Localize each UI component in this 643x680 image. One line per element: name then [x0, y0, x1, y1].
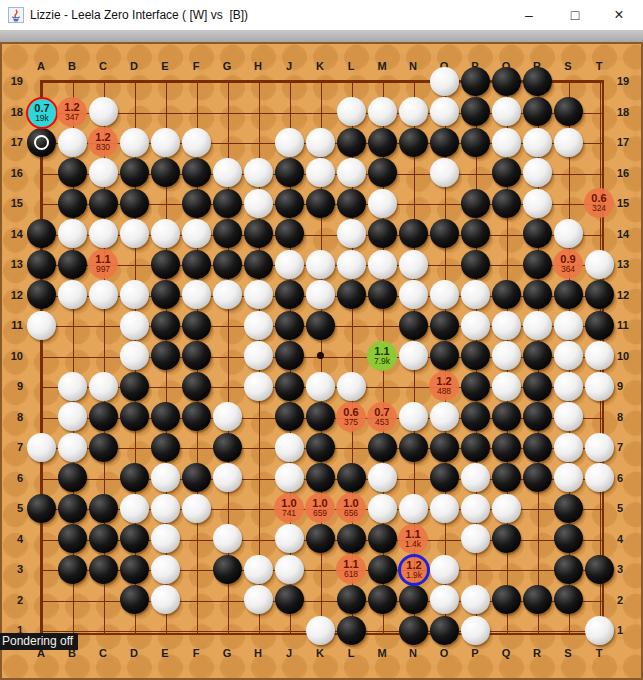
stone-O2[interactable]: [430, 585, 459, 614]
stone-B14[interactable]: [58, 219, 87, 248]
coord-right-17: 17: [617, 136, 637, 148]
stone-F9[interactable]: [182, 372, 211, 401]
stone-F12[interactable]: [182, 280, 211, 309]
stone-D16[interactable]: [120, 158, 149, 187]
stone-F16[interactable]: [182, 158, 211, 187]
stone-E16[interactable]: [151, 158, 180, 187]
stone-H3[interactable]: [244, 555, 273, 584]
visit-count: 453: [375, 418, 389, 427]
stone-S3[interactable]: [554, 555, 583, 584]
maximize-button[interactable]: □: [553, 0, 597, 30]
lizzie-window: Lizzie - Leela Zero Interface ( [W] vs […: [0, 0, 643, 680]
analysis-candidate-M8[interactable]: 0.7453: [367, 402, 397, 432]
stone-Q16[interactable]: [492, 158, 521, 187]
stone-B8[interactable]: [58, 402, 87, 431]
stone-R6[interactable]: [523, 463, 552, 492]
stone-L13[interactable]: [337, 250, 366, 279]
stone-O14[interactable]: [430, 219, 459, 248]
stone-C16[interactable]: [89, 158, 118, 187]
coord-right-7: 7: [617, 441, 637, 453]
stone-R15[interactable]: [523, 189, 552, 218]
analysis-next-move-N3[interactable]: 1.21.9k: [398, 554, 430, 586]
stone-E13[interactable]: [151, 250, 180, 279]
coord-top-J: J: [279, 60, 299, 72]
analysis-candidate-O9[interactable]: 1.2488: [429, 371, 459, 401]
stone-P4[interactable]: [461, 524, 490, 553]
stone-G12[interactable]: [213, 280, 242, 309]
analysis-candidate-L5[interactable]: 1.0656: [336, 493, 366, 523]
stone-B5[interactable]: [58, 494, 87, 523]
stone-S9[interactable]: [554, 372, 583, 401]
stone-D9[interactable]: [120, 372, 149, 401]
stone-B6[interactable]: [58, 463, 87, 492]
coord-left-14: 14: [3, 228, 23, 240]
stone-R9[interactable]: [523, 372, 552, 401]
stone-E7[interactable]: [151, 433, 180, 462]
stone-K7[interactable]: [306, 433, 335, 462]
stone-H12[interactable]: [244, 280, 273, 309]
stone-R13[interactable]: [523, 250, 552, 279]
stone-O19[interactable]: [430, 67, 459, 96]
coord-right-12: 12: [617, 289, 637, 301]
coord-left-18: 18: [3, 106, 23, 118]
stone-M15[interactable]: [368, 189, 397, 218]
stone-O16[interactable]: [430, 158, 459, 187]
stone-J7[interactable]: [275, 433, 304, 462]
stone-L9[interactable]: [337, 372, 366, 401]
stone-J10[interactable]: [275, 341, 304, 370]
title-bar[interactable]: Lizzie - Leela Zero Interface ( [W] vs […: [0, 0, 643, 31]
stone-M14[interactable]: [368, 219, 397, 248]
analysis-candidate-C17[interactable]: 1.2830: [88, 127, 118, 157]
visit-count: 1.4k: [405, 540, 421, 549]
stone-R11[interactable]: [523, 311, 552, 340]
stone-N10[interactable]: [399, 341, 428, 370]
stone-Q11[interactable]: [492, 311, 521, 340]
stone-P5[interactable]: [461, 494, 490, 523]
stone-J12[interactable]: [275, 280, 304, 309]
stone-M16[interactable]: [368, 158, 397, 187]
stone-C15[interactable]: [89, 189, 118, 218]
stone-R7[interactable]: [523, 433, 552, 462]
stone-Q4[interactable]: [492, 524, 521, 553]
coord-right-18: 18: [617, 106, 637, 118]
stone-R12[interactable]: [523, 280, 552, 309]
stone-E12[interactable]: [151, 280, 180, 309]
stone-K11[interactable]: [306, 311, 335, 340]
stone-H15[interactable]: [244, 189, 273, 218]
stone-J17[interactable]: [275, 128, 304, 157]
stone-G6[interactable]: [213, 463, 242, 492]
stone-F17[interactable]: [182, 128, 211, 157]
stone-S4[interactable]: [554, 524, 583, 553]
stone-R2[interactable]: [523, 585, 552, 614]
stone-T10[interactable]: [585, 341, 614, 370]
stone-D12[interactable]: [120, 280, 149, 309]
analysis-top-visits-M10[interactable]: 1.17.9k: [367, 341, 397, 371]
stone-D11[interactable]: [120, 311, 149, 340]
stone-Q10[interactable]: [492, 341, 521, 370]
stone-E8[interactable]: [151, 402, 180, 431]
stone-G4[interactable]: [213, 524, 242, 553]
stone-N7[interactable]: [399, 433, 428, 462]
stone-B13[interactable]: [58, 250, 87, 279]
stone-C8[interactable]: [89, 402, 118, 431]
stone-Q6[interactable]: [492, 463, 521, 492]
coord-right-5: 5: [617, 502, 637, 514]
stone-T9[interactable]: [585, 372, 614, 401]
stone-J14[interactable]: [275, 219, 304, 248]
stone-F10[interactable]: [182, 341, 211, 370]
analysis-candidate-J5[interactable]: 1.0741: [274, 493, 304, 523]
coord-bottom-E: E: [155, 647, 175, 659]
analysis-candidate-B18[interactable]: 1.2347: [57, 97, 87, 127]
stone-L18[interactable]: [337, 97, 366, 126]
analysis-best-A18[interactable]: 0.719k: [26, 97, 58, 129]
stone-P11[interactable]: [461, 311, 490, 340]
analysis-candidate-T15[interactable]: 0.6324: [584, 188, 614, 218]
stone-R14[interactable]: [523, 219, 552, 248]
stone-D5[interactable]: [120, 494, 149, 523]
stone-B7[interactable]: [58, 433, 87, 462]
stone-K6[interactable]: [306, 463, 335, 492]
stone-L6[interactable]: [337, 463, 366, 492]
stone-J9[interactable]: [275, 372, 304, 401]
stone-J3[interactable]: [275, 555, 304, 584]
stone-P1[interactable]: [461, 616, 490, 645]
star-point-K10: [317, 352, 324, 359]
stone-O7[interactable]: [430, 433, 459, 462]
stone-K1[interactable]: [306, 616, 335, 645]
visit-count: 19k: [35, 114, 49, 123]
stone-H13[interactable]: [244, 250, 273, 279]
coord-top-L: L: [341, 60, 361, 72]
stone-P6[interactable]: [461, 463, 490, 492]
stone-P9[interactable]: [461, 372, 490, 401]
stone-E11[interactable]: [151, 311, 180, 340]
stone-C4[interactable]: [89, 524, 118, 553]
stone-M2[interactable]: [368, 585, 397, 614]
stone-D2[interactable]: [120, 585, 149, 614]
stone-T1[interactable]: [585, 616, 614, 645]
visit-count: 7.9k: [374, 357, 390, 366]
stone-J11[interactable]: [275, 311, 304, 340]
stone-P15[interactable]: [461, 189, 490, 218]
stone-E2[interactable]: [151, 585, 180, 614]
stone-O1[interactable]: [430, 616, 459, 645]
stone-M5[interactable]: [368, 494, 397, 523]
stone-Q8[interactable]: [492, 402, 521, 431]
stone-D17[interactable]: [120, 128, 149, 157]
coord-top-D: D: [124, 60, 144, 72]
stone-L15[interactable]: [337, 189, 366, 218]
coord-left-16: 16: [3, 167, 23, 179]
stone-K16[interactable]: [306, 158, 335, 187]
stone-S17[interactable]: [554, 128, 583, 157]
stone-L16[interactable]: [337, 158, 366, 187]
stone-B4[interactable]: [58, 524, 87, 553]
stone-M7[interactable]: [368, 433, 397, 462]
stone-D6[interactable]: [120, 463, 149, 492]
stone-E10[interactable]: [151, 341, 180, 370]
stone-F5[interactable]: [182, 494, 211, 523]
stone-L2[interactable]: [337, 585, 366, 614]
stone-N18[interactable]: [399, 97, 428, 126]
coord-bottom-G: G: [217, 647, 237, 659]
stone-N2[interactable]: [399, 585, 428, 614]
stone-R17[interactable]: [523, 128, 552, 157]
stone-N13[interactable]: [399, 250, 428, 279]
stone-M12[interactable]: [368, 280, 397, 309]
stone-A5[interactable]: [27, 494, 56, 523]
stone-K12[interactable]: [306, 280, 335, 309]
stone-E17[interactable]: [151, 128, 180, 157]
stone-P17[interactable]: [461, 128, 490, 157]
stone-M3[interactable]: [368, 555, 397, 584]
stone-B12[interactable]: [58, 280, 87, 309]
stone-H10[interactable]: [244, 341, 273, 370]
stone-K9[interactable]: [306, 372, 335, 401]
stone-A7[interactable]: [27, 433, 56, 462]
stone-M18[interactable]: [368, 97, 397, 126]
stone-Q17[interactable]: [492, 128, 521, 157]
stone-A14[interactable]: [27, 219, 56, 248]
stone-J6[interactable]: [275, 463, 304, 492]
stone-H14[interactable]: [244, 219, 273, 248]
coord-left-13: 13: [3, 258, 23, 270]
stone-P7[interactable]: [461, 433, 490, 462]
stone-T12[interactable]: [585, 280, 614, 309]
stone-S5[interactable]: [554, 494, 583, 523]
analysis-candidate-L8[interactable]: 0.6375: [336, 402, 366, 432]
stone-S2[interactable]: [554, 585, 583, 614]
stone-O3[interactable]: [430, 555, 459, 584]
coord-bottom-J: J: [279, 647, 299, 659]
stone-C9[interactable]: [89, 372, 118, 401]
stone-R19[interactable]: [523, 67, 552, 96]
stone-G14[interactable]: [213, 219, 242, 248]
stone-D15[interactable]: [120, 189, 149, 218]
analysis-candidate-S13[interactable]: 0.9364: [553, 249, 583, 279]
stone-E3[interactable]: [151, 555, 180, 584]
stone-E14[interactable]: [151, 219, 180, 248]
stone-J4[interactable]: [275, 524, 304, 553]
stone-E4[interactable]: [151, 524, 180, 553]
stone-S11[interactable]: [554, 311, 583, 340]
pondering-status[interactable]: Pondering off: [0, 633, 78, 650]
stone-T3[interactable]: [585, 555, 614, 584]
coord-right-2: 2: [617, 594, 637, 606]
coord-top-A: A: [31, 60, 51, 72]
stone-P2[interactable]: [461, 585, 490, 614]
coord-left-5: 5: [3, 502, 23, 514]
stone-O12[interactable]: [430, 280, 459, 309]
stone-D14[interactable]: [120, 219, 149, 248]
stone-S14[interactable]: [554, 219, 583, 248]
minimize-button[interactable]: –: [507, 0, 551, 30]
coord-right-3: 3: [617, 563, 637, 575]
stone-J16[interactable]: [275, 158, 304, 187]
stone-P13[interactable]: [461, 250, 490, 279]
stone-O18[interactable]: [430, 97, 459, 126]
analysis-candidate-C13[interactable]: 1.1997: [88, 249, 118, 279]
visit-count: 830: [96, 143, 110, 152]
coord-right-1: 1: [617, 624, 637, 636]
stone-O8[interactable]: [430, 402, 459, 431]
coord-top-S: S: [558, 60, 578, 72]
stone-K15[interactable]: [306, 189, 335, 218]
stone-Q19[interactable]: [492, 67, 521, 96]
stone-S18[interactable]: [554, 97, 583, 126]
stone-B16[interactable]: [58, 158, 87, 187]
stone-K13[interactable]: [306, 250, 335, 279]
stone-B17[interactable]: [58, 128, 87, 157]
stone-T13[interactable]: [585, 250, 614, 279]
stone-C18[interactable]: [89, 97, 118, 126]
stone-F11[interactable]: [182, 311, 211, 340]
stone-M4[interactable]: [368, 524, 397, 553]
stone-Q9[interactable]: [492, 372, 521, 401]
stone-S8[interactable]: [554, 402, 583, 431]
stone-P19[interactable]: [461, 67, 490, 96]
stone-O11[interactable]: [430, 311, 459, 340]
stone-K4[interactable]: [306, 524, 335, 553]
stone-O6[interactable]: [430, 463, 459, 492]
stone-O10[interactable]: [430, 341, 459, 370]
stone-N8[interactable]: [399, 402, 428, 431]
stone-P14[interactable]: [461, 219, 490, 248]
stone-K8[interactable]: [306, 402, 335, 431]
stone-G16[interactable]: [213, 158, 242, 187]
coord-left-12: 12: [3, 289, 23, 301]
stone-D10[interactable]: [120, 341, 149, 370]
stone-S12[interactable]: [554, 280, 583, 309]
coord-bottom-H: H: [248, 647, 268, 659]
coord-bottom-F: F: [186, 647, 206, 659]
stone-H2[interactable]: [244, 585, 273, 614]
stone-R18[interactable]: [523, 97, 552, 126]
stone-N5[interactable]: [399, 494, 428, 523]
coord-bottom-M: M: [372, 647, 392, 659]
stone-Q15[interactable]: [492, 189, 521, 218]
stone-S7[interactable]: [554, 433, 583, 462]
stone-F6[interactable]: [182, 463, 211, 492]
stone-L14[interactable]: [337, 219, 366, 248]
stone-A13[interactable]: [27, 250, 56, 279]
stone-N14[interactable]: [399, 219, 428, 248]
stone-N17[interactable]: [399, 128, 428, 157]
stone-G3[interactable]: [213, 555, 242, 584]
stone-J8[interactable]: [275, 402, 304, 431]
analysis-candidate-K5[interactable]: 1.0659: [305, 493, 335, 523]
stone-B9[interactable]: [58, 372, 87, 401]
visit-count: 1.9k: [406, 571, 422, 580]
stone-C5[interactable]: [89, 494, 118, 523]
stone-C12[interactable]: [89, 280, 118, 309]
coord-left-10: 10: [3, 350, 23, 362]
stone-J15[interactable]: [275, 189, 304, 218]
stone-G8[interactable]: [213, 402, 242, 431]
stone-M17[interactable]: [368, 128, 397, 157]
stone-P10[interactable]: [461, 341, 490, 370]
stone-M13[interactable]: [368, 250, 397, 279]
stone-A12[interactable]: [27, 280, 56, 309]
stone-J2[interactable]: [275, 585, 304, 614]
stone-F14[interactable]: [182, 219, 211, 248]
stone-P18[interactable]: [461, 97, 490, 126]
stone-Q5[interactable]: [492, 494, 521, 523]
stone-N12[interactable]: [399, 280, 428, 309]
stone-S6[interactable]: [554, 463, 583, 492]
stone-T6[interactable]: [585, 463, 614, 492]
stone-J13[interactable]: [275, 250, 304, 279]
stone-S10[interactable]: [554, 341, 583, 370]
stone-H16[interactable]: [244, 158, 273, 187]
go-board[interactable]: AABBCCDDEEFFGGHHJJKKLLMMNNOOPPQQRRSSTT19…: [0, 42, 643, 680]
stone-K17[interactable]: [306, 128, 335, 157]
stone-F13[interactable]: [182, 250, 211, 279]
stone-L1[interactable]: [337, 616, 366, 645]
stone-L17[interactable]: [337, 128, 366, 157]
stone-Q2[interactable]: [492, 585, 521, 614]
stone-L4[interactable]: [337, 524, 366, 553]
stone-F8[interactable]: [182, 402, 211, 431]
stone-D3[interactable]: [120, 555, 149, 584]
stone-T7[interactable]: [585, 433, 614, 462]
stone-G15[interactable]: [213, 189, 242, 218]
stone-H11[interactable]: [244, 311, 273, 340]
stone-G7[interactable]: [213, 433, 242, 462]
analysis-candidate-L3[interactable]: 1.1618: [336, 554, 366, 584]
stone-D8[interactable]: [120, 402, 149, 431]
stone-O5[interactable]: [430, 494, 459, 523]
analysis-candidate-N4[interactable]: 1.11.4k: [398, 524, 428, 554]
stone-Q7[interactable]: [492, 433, 521, 462]
stone-R8[interactable]: [523, 402, 552, 431]
stone-G13[interactable]: [213, 250, 242, 279]
stone-T11[interactable]: [585, 311, 614, 340]
stone-Q12[interactable]: [492, 280, 521, 309]
stone-D4[interactable]: [120, 524, 149, 553]
stone-R16[interactable]: [523, 158, 552, 187]
coord-right-8: 8: [617, 411, 637, 423]
stone-N11[interactable]: [399, 311, 428, 340]
stone-E6[interactable]: [151, 463, 180, 492]
stone-Q18[interactable]: [492, 97, 521, 126]
stone-B3[interactable]: [58, 555, 87, 584]
stone-E5[interactable]: [151, 494, 180, 523]
stone-F15[interactable]: [182, 189, 211, 218]
stone-H9[interactable]: [244, 372, 273, 401]
stone-C14[interactable]: [89, 219, 118, 248]
coord-right-11: 11: [617, 319, 637, 331]
stone-M6[interactable]: [368, 463, 397, 492]
stone-P8[interactable]: [461, 402, 490, 431]
stone-P12[interactable]: [461, 280, 490, 309]
stone-L12[interactable]: [337, 280, 366, 309]
coord-right-6: 6: [617, 472, 637, 484]
close-button[interactable]: ×: [597, 0, 641, 30]
stone-R10[interactable]: [523, 341, 552, 370]
stone-B15[interactable]: [58, 189, 87, 218]
coord-bottom-K: K: [310, 647, 330, 659]
stone-C3[interactable]: [89, 555, 118, 584]
coord-left-4: 4: [3, 533, 23, 545]
stone-O17[interactable]: [430, 128, 459, 157]
stone-N1[interactable]: [399, 616, 428, 645]
stone-A11[interactable]: [27, 311, 56, 340]
stone-C7[interactable]: [89, 433, 118, 462]
